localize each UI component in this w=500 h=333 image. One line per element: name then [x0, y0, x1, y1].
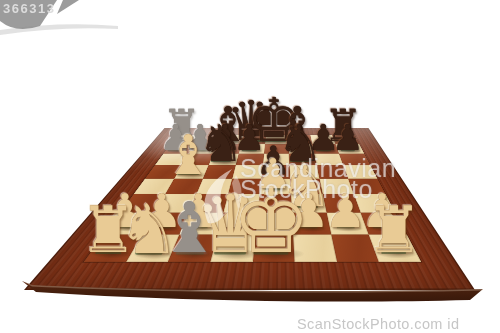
square-h2 [361, 212, 407, 234]
stock-photo-canvas: ♜♝♛♚♝♜♟♟♟♟♟♟♟♞♞♟♝♟♞♟♟♟♟♟♟♟♜♞♝♛♚♜ Scandin… [0, 0, 500, 333]
square-f3 [291, 194, 326, 212]
square-h4 [348, 178, 385, 194]
square-e1 [252, 235, 294, 262]
square-f2 [292, 212, 331, 234]
square-c2 [180, 212, 224, 234]
square-f1 [293, 235, 337, 262]
square-g8 [310, 135, 335, 144]
watermark-logo-swoosh-icon [0, 0, 130, 60]
square-e2 [255, 212, 293, 234]
square-e4 [260, 178, 291, 194]
chess-board [24, 128, 475, 290]
square-d7 [239, 144, 265, 154]
square-h7 [335, 144, 364, 154]
square-h8 [332, 135, 359, 144]
square-e3 [258, 194, 292, 212]
square-d6 [236, 154, 264, 166]
square-d5 [232, 165, 262, 178]
square-d1 [210, 235, 255, 262]
square-d2 [217, 212, 257, 234]
square-f5 [290, 165, 320, 178]
square-h5 [343, 165, 377, 178]
watermark-bottom-text: ScanStockPhoto.com id 366313 [297, 316, 500, 333]
watermark-id-number: 366313 [3, 1, 55, 16]
square-c8 [218, 135, 244, 144]
square-c4 [197, 178, 233, 194]
square-f8 [288, 135, 312, 144]
square-c3 [189, 194, 228, 212]
square-e8 [265, 135, 289, 144]
square-c5 [203, 165, 236, 178]
square-f6 [289, 154, 317, 166]
square-d8 [241, 135, 265, 144]
square-h6 [339, 154, 370, 166]
square-c7 [214, 144, 242, 154]
square-e7 [264, 144, 289, 154]
square-f7 [288, 144, 314, 154]
board-frame [24, 128, 475, 290]
square-d4 [228, 178, 261, 194]
square-h1 [369, 235, 421, 262]
square-d3 [223, 194, 259, 212]
square-e5 [261, 165, 290, 178]
square-e6 [263, 154, 290, 166]
square-h3 [354, 194, 395, 212]
square-f4 [290, 178, 322, 194]
watermark-top-left: 366313 [0, 0, 130, 60]
square-c6 [209, 154, 239, 166]
board-grid [84, 135, 422, 262]
